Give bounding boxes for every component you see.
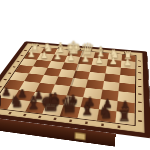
- square-c2[interactable]: ♟: [92, 58, 107, 66]
- piece-white-pawn[interactable]: ♟: [109, 57, 117, 66]
- piece-white-pawn[interactable]: ♟: [95, 56, 103, 65]
- piece-black-rook[interactable]: ♜: [118, 108, 131, 123]
- square-b8[interactable]: ♞: [96, 109, 116, 123]
- piece-black-rook[interactable]: ♜: [0, 94, 6, 108]
- square-a8[interactable]: ♜: [115, 111, 134, 125]
- square-a3[interactable]: [120, 67, 135, 76]
- piece-white-pawn[interactable]: ♟: [54, 52, 62, 61]
- piece-black-king[interactable]: ♚: [40, 90, 61, 114]
- square-b3[interactable]: [105, 66, 121, 75]
- square-a2[interactable]: ♟: [121, 61, 136, 69]
- piece-white-pawn[interactable]: ♟: [40, 51, 48, 60]
- piece-white-pawn[interactable]: ♟: [124, 58, 132, 67]
- board-right-edge: [147, 52, 150, 148]
- square-c8[interactable]: ♝: [78, 107, 98, 120]
- piece-black-knight[interactable]: ♞: [9, 94, 23, 110]
- piece-black-knight[interactable]: ♞: [98, 104, 113, 121]
- inlay-marks-right: [138, 56, 142, 125]
- clasp-latch: [74, 132, 86, 141]
- piece-white-pawn[interactable]: ♟: [27, 50, 35, 59]
- product-photo: ♜♞♝♚♛♝♞♜♟♟♟♟♟♟♟♟♟♟♟♟♟♟♟♟♜♞♝♚♛♝♞♜: [0, 0, 150, 150]
- scene: ♜♞♝♚♛♝♞♜♟♟♟♟♟♟♟♟♟♟♟♟♟♟♟♟♜♞♝♚♛♝♞♜: [0, 0, 150, 150]
- square-c3[interactable]: [90, 65, 106, 74]
- square-b2[interactable]: ♟: [106, 59, 121, 67]
- piece-white-pawn[interactable]: ♟: [81, 55, 89, 64]
- piece-black-bishop[interactable]: ♝: [79, 100, 95, 118]
- chess-board[interactable]: ♜♞♝♚♛♝♞♜♟♟♟♟♟♟♟♟♟♟♟♟♟♟♟♟♜♞♝♚♛♝♞♜: [0, 41, 150, 138]
- square-d8[interactable]: ♛: [60, 105, 81, 118]
- piece-white-pawn[interactable]: ♟: [67, 53, 75, 62]
- piece-black-queen[interactable]: ♛: [59, 95, 78, 117]
